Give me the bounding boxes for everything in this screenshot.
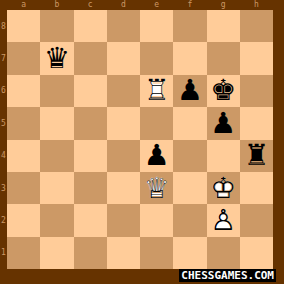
square-f8[interactable] (173, 10, 206, 42)
square-h8[interactable] (240, 10, 273, 42)
white-pawn[interactable]: ♟♙ (207, 204, 240, 236)
square-e7[interactable] (140, 42, 173, 74)
white-queen[interactable]: ♛♕ (140, 172, 173, 204)
square-h5[interactable] (240, 107, 273, 139)
white-king[interactable]: ♚♔ (207, 172, 240, 204)
file-label-h: h (240, 0, 273, 10)
square-d8[interactable] (107, 10, 140, 42)
chessgames-banner: CHESSGAMES.COM (179, 269, 276, 282)
square-e3[interactable]: ♛♕ (140, 172, 173, 204)
square-h4[interactable]: ♜ (240, 140, 273, 172)
square-a3[interactable] (7, 172, 40, 204)
square-b1[interactable] (40, 237, 73, 269)
square-e1[interactable] (140, 237, 173, 269)
square-h6[interactable] (240, 75, 273, 107)
square-a4[interactable] (7, 140, 40, 172)
file-labels: abcdefgh (7, 0, 273, 10)
white-king-glyph: ♔ (207, 172, 240, 204)
square-f5[interactable] (173, 107, 206, 139)
black-pawn[interactable]: ♟ (207, 107, 240, 139)
black-rook[interactable]: ♜ (240, 140, 273, 172)
file-label-c: c (74, 0, 107, 10)
square-e4[interactable]: ♟ (140, 140, 173, 172)
black-queen-glyph: ♛ (40, 42, 73, 74)
square-g4[interactable] (207, 140, 240, 172)
square-d6[interactable] (107, 75, 140, 107)
square-g2[interactable]: ♟♙ (207, 204, 240, 236)
black-king[interactable]: ♚ (207, 75, 240, 107)
square-c8[interactable] (74, 10, 107, 42)
square-g5[interactable]: ♟ (207, 107, 240, 139)
black-pawn[interactable]: ♟ (173, 75, 206, 107)
rank-labels: 87654321 (0, 10, 7, 269)
square-a7[interactable] (7, 42, 40, 74)
square-d3[interactable] (107, 172, 140, 204)
rank-label-7: 7 (0, 42, 7, 74)
square-f1[interactable] (173, 237, 206, 269)
black-king-glyph: ♚ (207, 75, 240, 107)
square-c5[interactable] (74, 107, 107, 139)
square-c6[interactable] (74, 75, 107, 107)
rank-label-5: 5 (0, 107, 7, 139)
square-e6[interactable]: ♜♖ (140, 75, 173, 107)
square-f6[interactable]: ♟ (173, 75, 206, 107)
file-label-a: a (7, 0, 40, 10)
black-pawn-glyph: ♟ (140, 140, 173, 172)
square-b3[interactable] (40, 172, 73, 204)
square-c7[interactable] (74, 42, 107, 74)
square-h1[interactable] (240, 237, 273, 269)
rank-label-2: 2 (0, 204, 7, 236)
black-queen[interactable]: ♛ (40, 42, 73, 74)
square-h2[interactable] (240, 204, 273, 236)
square-b5[interactable] (40, 107, 73, 139)
square-a6[interactable] (7, 75, 40, 107)
square-b8[interactable] (40, 10, 73, 42)
white-rook-glyph: ♖ (140, 75, 173, 107)
square-c1[interactable] (74, 237, 107, 269)
file-label-d: d (107, 0, 140, 10)
rank-label-3: 3 (0, 172, 7, 204)
rank-label-4: 4 (0, 140, 7, 172)
file-label-b: b (40, 0, 73, 10)
file-label-g: g (207, 0, 240, 10)
square-a5[interactable] (7, 107, 40, 139)
square-c3[interactable] (74, 172, 107, 204)
square-f7[interactable] (173, 42, 206, 74)
square-g3[interactable]: ♚♔ (207, 172, 240, 204)
square-d2[interactable] (107, 204, 140, 236)
square-b2[interactable] (40, 204, 73, 236)
square-d7[interactable] (107, 42, 140, 74)
square-b6[interactable] (40, 75, 73, 107)
chess-diagram: abcdefgh 87654321 ♛♜♖♟♚♟♟♜♛♕♚♔♟♙ CHESSGA… (0, 0, 284, 284)
square-b4[interactable] (40, 140, 73, 172)
square-c2[interactable] (74, 204, 107, 236)
chess-board[interactable]: ♛♜♖♟♚♟♟♜♛♕♚♔♟♙ (7, 10, 273, 269)
square-e2[interactable] (140, 204, 173, 236)
white-rook[interactable]: ♜♖ (140, 75, 173, 107)
square-e5[interactable] (140, 107, 173, 139)
rank-label-6: 6 (0, 75, 7, 107)
square-a1[interactable] (7, 237, 40, 269)
square-h7[interactable] (240, 42, 273, 74)
square-d1[interactable] (107, 237, 140, 269)
square-a2[interactable] (7, 204, 40, 236)
white-pawn-glyph: ♙ (207, 204, 240, 236)
square-g8[interactable] (207, 10, 240, 42)
banner-text: CHESSGAMES.COM (181, 269, 274, 282)
square-b7[interactable]: ♛ (40, 42, 73, 74)
square-h3[interactable] (240, 172, 273, 204)
square-g1[interactable] (207, 237, 240, 269)
black-pawn[interactable]: ♟ (140, 140, 173, 172)
square-d4[interactable] (107, 140, 140, 172)
square-a8[interactable] (7, 10, 40, 42)
square-g7[interactable] (207, 42, 240, 74)
square-d5[interactable] (107, 107, 140, 139)
square-c4[interactable] (74, 140, 107, 172)
square-f3[interactable] (173, 172, 206, 204)
square-e8[interactable] (140, 10, 173, 42)
square-f4[interactable] (173, 140, 206, 172)
white-queen-glyph: ♕ (140, 172, 173, 204)
file-label-f: f (173, 0, 206, 10)
file-label-e: e (140, 0, 173, 10)
square-f2[interactable] (173, 204, 206, 236)
black-rook-glyph: ♜ (240, 140, 273, 172)
black-pawn-glyph: ♟ (207, 107, 240, 139)
rank-label-1: 1 (0, 237, 7, 269)
rank-label-8: 8 (0, 10, 7, 42)
square-g6[interactable]: ♚ (207, 75, 240, 107)
black-pawn-glyph: ♟ (173, 75, 206, 107)
